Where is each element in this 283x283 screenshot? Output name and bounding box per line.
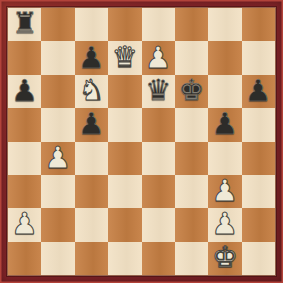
square-g5[interactable]: ♟	[208, 108, 241, 141]
square-g6[interactable]	[208, 75, 241, 108]
piece-white-knight[interactable]: ♞	[78, 75, 104, 107]
square-b5[interactable]	[41, 108, 74, 141]
square-h1[interactable]	[242, 242, 275, 275]
piece-white-pawn[interactable]: ♟	[211, 208, 238, 240]
square-d4[interactable]	[108, 142, 141, 175]
square-e6[interactable]: ♛	[142, 75, 175, 108]
square-h7[interactable]	[242, 41, 275, 74]
piece-black-pawn[interactable]: ♟	[245, 75, 272, 107]
square-f6[interactable]: ♚	[175, 75, 208, 108]
square-a1[interactable]	[8, 242, 41, 275]
square-h2[interactable]	[242, 208, 275, 241]
piece-white-pawn[interactable]: ♟	[211, 175, 238, 207]
square-b2[interactable]	[41, 208, 74, 241]
piece-black-king[interactable]: ♚	[179, 75, 205, 107]
square-b8[interactable]	[41, 8, 74, 41]
square-d6[interactable]	[108, 75, 141, 108]
square-h8[interactable]	[242, 8, 275, 41]
square-a2[interactable]: ♟	[8, 208, 41, 241]
square-c3[interactable]	[75, 175, 108, 208]
square-b1[interactable]	[41, 242, 74, 275]
piece-black-pawn[interactable]: ♟	[78, 108, 105, 140]
square-f7[interactable]	[175, 41, 208, 74]
piece-white-pawn[interactable]: ♟	[145, 41, 172, 73]
square-g2[interactable]: ♟	[208, 208, 241, 241]
square-e4[interactable]	[142, 142, 175, 175]
square-d1[interactable]	[108, 242, 141, 275]
square-f5[interactable]	[175, 108, 208, 141]
square-c5[interactable]: ♟	[75, 108, 108, 141]
square-c8[interactable]	[75, 8, 108, 41]
square-e5[interactable]	[142, 108, 175, 141]
square-f8[interactable]	[175, 8, 208, 41]
square-h3[interactable]	[242, 175, 275, 208]
square-h6[interactable]: ♟	[242, 75, 275, 108]
square-f2[interactable]	[175, 208, 208, 241]
piece-white-pawn[interactable]: ♟	[11, 208, 38, 240]
piece-black-pawn[interactable]: ♟	[78, 41, 105, 73]
square-g4[interactable]	[208, 142, 241, 175]
square-f4[interactable]	[175, 142, 208, 175]
square-b6[interactable]	[41, 75, 74, 108]
square-a8[interactable]: ♜	[8, 8, 41, 41]
square-a4[interactable]	[8, 142, 41, 175]
square-c2[interactable]	[75, 208, 108, 241]
square-c1[interactable]	[75, 242, 108, 275]
square-a3[interactable]	[8, 175, 41, 208]
piece-black-queen[interactable]: ♛	[145, 75, 171, 107]
piece-white-pawn[interactable]: ♟	[45, 142, 72, 174]
square-h5[interactable]	[242, 108, 275, 141]
square-f3[interactable]	[175, 175, 208, 208]
square-e8[interactable]	[142, 8, 175, 41]
square-e3[interactable]	[142, 175, 175, 208]
square-g7[interactable]	[208, 41, 241, 74]
square-d3[interactable]	[108, 175, 141, 208]
square-f1[interactable]	[175, 242, 208, 275]
square-c7[interactable]: ♟	[75, 41, 108, 74]
square-b7[interactable]	[41, 41, 74, 74]
piece-white-queen[interactable]: ♛	[112, 41, 138, 73]
square-g3[interactable]: ♟	[208, 175, 241, 208]
piece-black-pawn[interactable]: ♟	[211, 108, 238, 140]
square-a6[interactable]: ♟	[8, 75, 41, 108]
square-e7[interactable]: ♟	[142, 41, 175, 74]
chess-board: ♜♟♛♟♟♞♛♚♟♟♟♟♟♟♟♚	[8, 8, 275, 275]
square-g8[interactable]	[208, 8, 241, 41]
square-d2[interactable]	[108, 208, 141, 241]
square-c4[interactable]	[75, 142, 108, 175]
square-c6[interactable]: ♞	[75, 75, 108, 108]
square-d5[interactable]	[108, 108, 141, 141]
square-d8[interactable]	[108, 8, 141, 41]
piece-black-rook[interactable]: ♜	[12, 8, 38, 40]
square-b3[interactable]	[41, 175, 74, 208]
square-g1[interactable]: ♚	[208, 242, 241, 275]
square-a7[interactable]	[8, 41, 41, 74]
square-d7[interactable]: ♛	[108, 41, 141, 74]
piece-black-pawn[interactable]: ♟	[11, 75, 38, 107]
chess-board-frame: ♜♟♛♟♟♞♛♚♟♟♟♟♟♟♟♚	[0, 0, 283, 283]
piece-white-king[interactable]: ♚	[212, 242, 238, 274]
square-a5[interactable]	[8, 108, 41, 141]
square-h4[interactable]	[242, 142, 275, 175]
square-b4[interactable]: ♟	[41, 142, 74, 175]
square-e1[interactable]	[142, 242, 175, 275]
square-e2[interactable]	[142, 208, 175, 241]
